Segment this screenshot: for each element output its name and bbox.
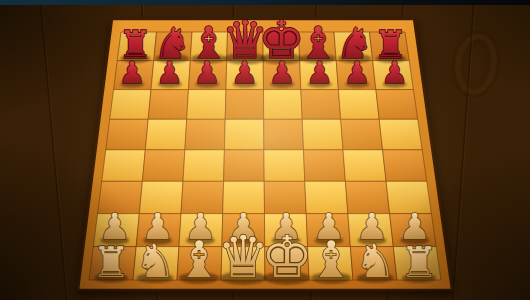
square-g4[interactable] [343, 150, 386, 182]
square-d5[interactable] [224, 119, 264, 150]
piece-red-pawn-f7[interactable]: ♟ [306, 55, 333, 90]
square-f5[interactable] [302, 119, 343, 150]
square-g5[interactable] [341, 119, 383, 150]
square-g6[interactable] [338, 90, 379, 120]
square-d4[interactable] [224, 150, 265, 182]
square-h5[interactable] [379, 119, 422, 150]
piece-gold-rook-h1[interactable]: ♜ [400, 238, 438, 287]
piece-red-pawn-a7[interactable]: ♟ [119, 55, 146, 90]
piece-gold-bishop-f1[interactable]: ♝ [309, 231, 354, 289]
piece-gold-king-e1[interactable]: ♚ [261, 223, 313, 291]
square-b6[interactable] [148, 90, 188, 120]
square-h4[interactable] [383, 150, 427, 182]
square-h6[interactable] [376, 90, 418, 120]
square-a6[interactable] [110, 90, 151, 120]
square-b5[interactable] [145, 119, 186, 150]
square-a4[interactable] [102, 150, 146, 182]
square-f6[interactable] [301, 90, 341, 120]
top-letterbox-strip [0, 0, 530, 5]
square-b4[interactable] [142, 150, 185, 182]
piece-red-pawn-g7[interactable]: ♟ [344, 55, 371, 90]
square-e4[interactable] [264, 150, 305, 182]
square-c6[interactable] [187, 90, 226, 120]
chess-board: ♜♞♝♛♚♝♞♜♟♟♟♟♟♟♟♟♟♟♟♟♟♟♟♟♜♞♝♛♚♝♞♜ [0, 0, 530, 300]
piece-gold-rook-a1[interactable]: ♜ [92, 238, 130, 287]
piece-gold-knight-g1[interactable]: ♞ [354, 234, 395, 288]
piece-red-pawn-d7[interactable]: ♟ [231, 55, 258, 90]
square-c4[interactable] [183, 150, 224, 182]
square-a5[interactable] [106, 119, 148, 150]
piece-red-pawn-e7[interactable]: ♟ [269, 55, 296, 90]
piece-gold-bishop-c1[interactable]: ♝ [177, 231, 222, 289]
piece-red-pawn-h7[interactable]: ♟ [381, 55, 408, 90]
chess-game-scene: ♜♞♝♛♚♝♞♜♟♟♟♟♟♟♟♟♟♟♟♟♟♟♟♟♜♞♝♛♚♝♞♜ [0, 0, 530, 300]
square-c5[interactable] [185, 119, 225, 150]
square-f4[interactable] [304, 150, 346, 182]
piece-gold-knight-b1[interactable]: ♞ [134, 234, 175, 288]
piece-red-pawn-c7[interactable]: ♟ [194, 55, 221, 90]
square-e5[interactable] [264, 119, 304, 150]
square-d6[interactable] [225, 90, 264, 120]
piece-red-pawn-b7[interactable]: ♟ [156, 55, 183, 90]
square-e6[interactable] [264, 90, 303, 120]
